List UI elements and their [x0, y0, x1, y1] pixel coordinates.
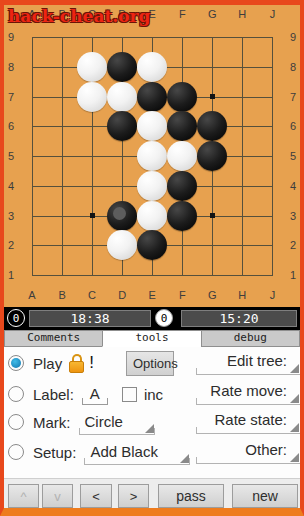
label-label: Label: [33, 386, 74, 403]
black-stone[interactable] [137, 82, 167, 112]
options-button[interactable]: Options [126, 351, 174, 376]
row-label-left: 9 [8, 31, 14, 43]
prev-move-button[interactable]: < [80, 484, 112, 508]
white-stone[interactable] [137, 52, 167, 82]
tab-debug[interactable]: debug [201, 330, 300, 347]
clock-bar: 0 18:38 0 15:20 [4, 307, 300, 330]
mark-label: Mark: [33, 414, 71, 431]
watermark: hack-cheat.org [8, 6, 150, 26]
spinner-triangle-icon [290, 394, 299, 403]
play-label: Play [33, 355, 62, 372]
label-row: Label: A inc [4, 381, 194, 407]
row-label-right: 7 [290, 91, 296, 103]
play-alert: ! [89, 353, 94, 373]
col-label-top: J [270, 8, 276, 20]
row-label-right: 3 [290, 210, 296, 222]
rate-state-label: Rate state: [214, 411, 287, 428]
nav-bar: ^ v < > pass new [4, 478, 300, 508]
app-screen: hack-cheat.org AA99BB88CC77DD66EE55FF44G… [0, 0, 304, 516]
grid-line [242, 37, 243, 275]
black-stone[interactable] [197, 111, 227, 141]
row-label-left: 7 [8, 91, 14, 103]
mark-spinner[interactable]: Circle [79, 409, 155, 435]
other-label: Other: [245, 441, 287, 458]
black-stone[interactable] [167, 171, 197, 201]
black-clock: 18:38 [29, 310, 151, 327]
edit-tree-label: Edit tree: [227, 352, 287, 369]
row-label-right: 1 [290, 269, 296, 281]
edit-tree-spinner[interactable]: Edit tree: [196, 347, 300, 375]
white-clock: 15:20 [181, 310, 297, 327]
mark-row: Mark: Circle [4, 408, 194, 436]
spinner-triangle-icon [290, 364, 299, 373]
star-point [210, 94, 215, 99]
white-stone[interactable] [107, 82, 137, 112]
row-label-right: 9 [290, 31, 296, 43]
black-stone[interactable] [167, 82, 197, 112]
white-stone[interactable] [137, 111, 167, 141]
setup-spinner[interactable]: Add Black [84, 439, 190, 465]
row-label-left: 3 [8, 210, 14, 222]
tools-panel: Play ! Options Label: A inc Mark: Circle… [4, 347, 300, 478]
row-label-left: 5 [8, 150, 14, 162]
col-label-bottom: F [179, 289, 186, 301]
col-label-bottom: G [208, 289, 217, 301]
col-label-top: F [179, 8, 186, 20]
col-label-bottom: C [88, 289, 96, 301]
row-label-right: 6 [290, 120, 296, 132]
other-spinner[interactable]: Other: [196, 436, 300, 464]
label-radio[interactable] [8, 386, 24, 402]
col-label-bottom: J [270, 289, 276, 301]
tab-comments[interactable]: Comments [4, 330, 103, 347]
row-label-left: 6 [8, 120, 14, 132]
tab-tools[interactable]: tools [102, 330, 201, 347]
new-game-button[interactable]: new [232, 484, 298, 508]
col-label-top: H [238, 8, 246, 20]
star-point [210, 213, 215, 218]
black-stone[interactable] [107, 201, 137, 231]
white-stone[interactable] [167, 141, 197, 171]
row-label-left: 4 [8, 180, 14, 192]
white-stone[interactable] [137, 201, 167, 231]
spinner-triangle-icon [290, 453, 299, 462]
white-stone[interactable] [77, 52, 107, 82]
move-up-button[interactable]: ^ [8, 484, 39, 508]
black-captures-badge: 0 [7, 309, 25, 327]
col-label-bottom: A [28, 289, 35, 301]
black-stone[interactable] [107, 111, 137, 141]
grid-line [272, 37, 273, 275]
spinner-triangle-icon [180, 454, 189, 463]
lock-body [69, 361, 84, 373]
col-label-bottom: H [238, 289, 246, 301]
white-stone[interactable] [77, 82, 107, 112]
black-stone[interactable] [197, 141, 227, 171]
col-label-top: G [208, 8, 217, 20]
inc-label: inc [144, 386, 163, 403]
row-label-right: 5 [290, 150, 296, 162]
tab-bar: Comments tools debug [4, 330, 300, 347]
last-move-marker [113, 207, 126, 220]
go-board[interactable]: AA99BB88CC77DD66EE55FF44GG33HH22JJ11 [4, 5, 300, 307]
play-radio[interactable] [8, 355, 24, 371]
grid-line [32, 275, 273, 276]
white-captures-badge: 0 [155, 309, 173, 327]
spinner-triangle-icon [290, 423, 299, 432]
white-stone[interactable] [107, 230, 137, 260]
white-stone[interactable] [137, 171, 167, 201]
black-stone[interactable] [137, 230, 167, 260]
row-label-right: 8 [290, 61, 296, 73]
black-stone[interactable] [107, 52, 137, 82]
inc-checkbox[interactable] [122, 387, 137, 402]
mark-spinner-value: Circle [85, 413, 123, 430]
black-stone[interactable] [167, 201, 197, 231]
pass-button[interactable]: pass [158, 484, 224, 508]
spinner-triangle-icon [145, 424, 154, 433]
rate-move-label: Rate move: [210, 382, 287, 399]
setup-radio[interactable] [8, 444, 24, 460]
black-stone[interactable] [167, 111, 197, 141]
row-label-left: 8 [8, 61, 14, 73]
setup-spinner-value: Add Black [90, 443, 158, 460]
col-label-bottom: B [58, 289, 65, 301]
lock-icon [69, 354, 84, 373]
setup-row: Setup: Add Black [4, 438, 194, 466]
row-label-left: 2 [8, 239, 14, 251]
col-label-bottom: D [118, 289, 126, 301]
next-move-button[interactable]: > [118, 484, 149, 508]
setup-label: Setup: [33, 444, 76, 461]
rate-move-spinner[interactable]: Rate move: [196, 377, 300, 405]
label-input[interactable]: A [82, 383, 108, 405]
row-label-right: 2 [290, 239, 296, 251]
row-label-right: 4 [290, 180, 296, 192]
mark-radio[interactable] [8, 414, 24, 430]
rate-state-spinner[interactable]: Rate state: [196, 406, 300, 434]
col-label-bottom: E [149, 289, 156, 301]
star-point [90, 213, 95, 218]
white-stone[interactable] [137, 141, 167, 171]
radio-selected-dot [11, 358, 21, 368]
move-down-button[interactable]: v [42, 484, 73, 508]
row-label-left: 1 [8, 269, 14, 281]
